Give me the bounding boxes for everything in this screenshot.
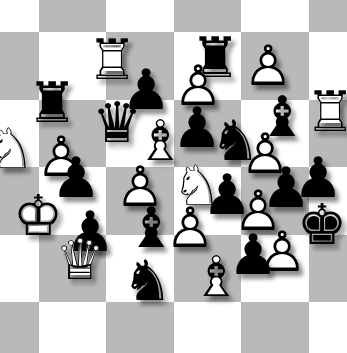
white-piece-fill: ♟ bbox=[165, 200, 215, 256]
white-piece-fill: ♞ bbox=[0, 121, 35, 177]
white-piece-outline: ♙ bbox=[165, 200, 215, 256]
white-piece-fill: ♝ bbox=[191, 249, 241, 305]
black-piece-glyph: ♞ bbox=[122, 253, 172, 309]
white-piece-outline: ♖ bbox=[305, 84, 347, 140]
white-knight[interactable]: ♞♘ bbox=[0, 121, 35, 177]
white-piece-fill: ♛ bbox=[55, 232, 105, 288]
white-piece-outline: ♙ bbox=[243, 38, 293, 94]
white-pawn[interactable]: ♟♙ bbox=[165, 200, 215, 256]
black-knight[interactable]: ♞ bbox=[122, 253, 172, 309]
chess-board: ♜♜♖♟♙♟♙♟♜♜♖♝♛♟♝♗♞♞♘♟♙♟♙♟♟♞♘♟♙♟♟♟♙♚♔♚♝♟♙♟… bbox=[0, 0, 347, 353]
white-piece-outline: ♘ bbox=[0, 121, 35, 177]
white-queen[interactable]: ♛♕ bbox=[55, 232, 105, 288]
white-piece-outline: ♕ bbox=[55, 232, 105, 288]
piece-layer: ♜♜♖♟♙♟♙♟♜♜♖♝♛♟♝♗♞♞♘♟♙♟♙♟♟♞♘♟♙♟♟♟♙♚♔♚♝♟♙♟… bbox=[0, 0, 347, 353]
white-piece-fill: ♜ bbox=[305, 84, 347, 140]
white-rook[interactable]: ♜♖ bbox=[305, 84, 347, 140]
white-pawn[interactable]: ♟♙ bbox=[243, 38, 293, 94]
white-piece-outline: ♗ bbox=[191, 249, 241, 305]
white-bishop[interactable]: ♝♗ bbox=[191, 249, 241, 305]
white-piece-fill: ♟ bbox=[243, 38, 293, 94]
